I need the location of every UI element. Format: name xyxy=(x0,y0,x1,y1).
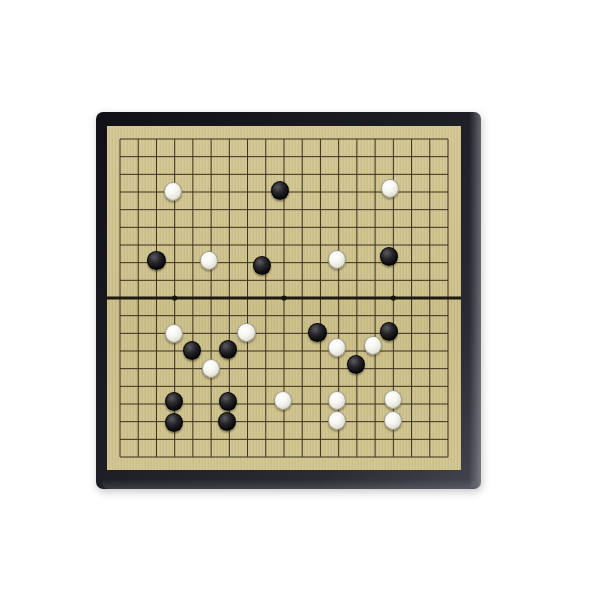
go-stone-black[interactable] xyxy=(218,412,236,431)
board-intersection-F12 xyxy=(202,254,220,272)
board-intersection-D16 xyxy=(166,183,184,201)
go-stone-black[interactable] xyxy=(147,251,165,270)
go-stone-white[interactable] xyxy=(202,359,220,378)
board-intersection-N12 xyxy=(330,254,348,272)
board-intersection-Q12 xyxy=(384,254,402,272)
board-intersection-J12 xyxy=(257,254,275,272)
go-stone-white[interactable] xyxy=(165,324,183,343)
board-intersection-C12 xyxy=(147,254,165,272)
go-stone-black[interactable] xyxy=(271,181,289,200)
go-stone-black[interactable] xyxy=(165,413,183,432)
go-stone-black[interactable] xyxy=(253,256,271,275)
go-stone-white[interactable] xyxy=(364,336,382,355)
go-stone-black[interactable] xyxy=(165,392,183,411)
go-stone-white[interactable] xyxy=(384,390,402,409)
go-stone-white[interactable] xyxy=(328,411,346,430)
go-stone-white[interactable] xyxy=(328,250,346,269)
board-intersection-Q3 xyxy=(384,413,402,431)
go-stone-black[interactable] xyxy=(380,322,398,341)
board-intersection-E7 xyxy=(184,342,202,360)
go-stone-black[interactable] xyxy=(219,340,237,359)
go-stone-black[interactable] xyxy=(308,323,326,342)
board-intersection-G4 xyxy=(220,395,238,413)
stones-layer xyxy=(111,130,457,466)
board-intersection-N7 xyxy=(330,342,348,360)
go-stone-white[interactable] xyxy=(384,411,402,430)
board-intersection-G7 xyxy=(220,342,238,360)
board-intersection-G3 xyxy=(220,413,238,431)
go-stone-black[interactable] xyxy=(380,247,398,266)
go-board-frame xyxy=(96,112,481,489)
go-stone-white[interactable] xyxy=(274,391,292,410)
board-intersection-Q8 xyxy=(384,324,402,342)
go-stone-white[interactable] xyxy=(237,323,255,342)
go-stone-black[interactable] xyxy=(347,355,365,374)
product-photo xyxy=(0,0,600,600)
board-intersection-F6 xyxy=(202,360,220,378)
board-intersection-N4 xyxy=(330,395,348,413)
board-intersection-O6 xyxy=(348,360,366,378)
board-intersection-N3 xyxy=(330,413,348,431)
board-intersection-K4 xyxy=(275,395,293,413)
board-intersection-D4 xyxy=(166,395,184,413)
go-stone-white[interactable] xyxy=(381,179,399,198)
go-stone-white[interactable] xyxy=(328,338,346,357)
go-board-surface[interactable] xyxy=(107,126,461,470)
board-intersection-P7 xyxy=(366,342,384,360)
board-intersection-D8 xyxy=(166,324,184,342)
board-intersection-M8 xyxy=(311,324,329,342)
go-stone-white[interactable] xyxy=(164,182,182,201)
go-stone-white[interactable] xyxy=(328,391,346,410)
go-stone-white[interactable] xyxy=(200,251,218,270)
board-intersection-K16 xyxy=(275,183,293,201)
board-intersection-Q16 xyxy=(384,183,402,201)
go-stone-black[interactable] xyxy=(219,392,237,411)
board-intersection-D3 xyxy=(166,413,184,431)
go-stone-black[interactable] xyxy=(183,341,201,360)
board-intersection-H8 xyxy=(238,324,256,342)
